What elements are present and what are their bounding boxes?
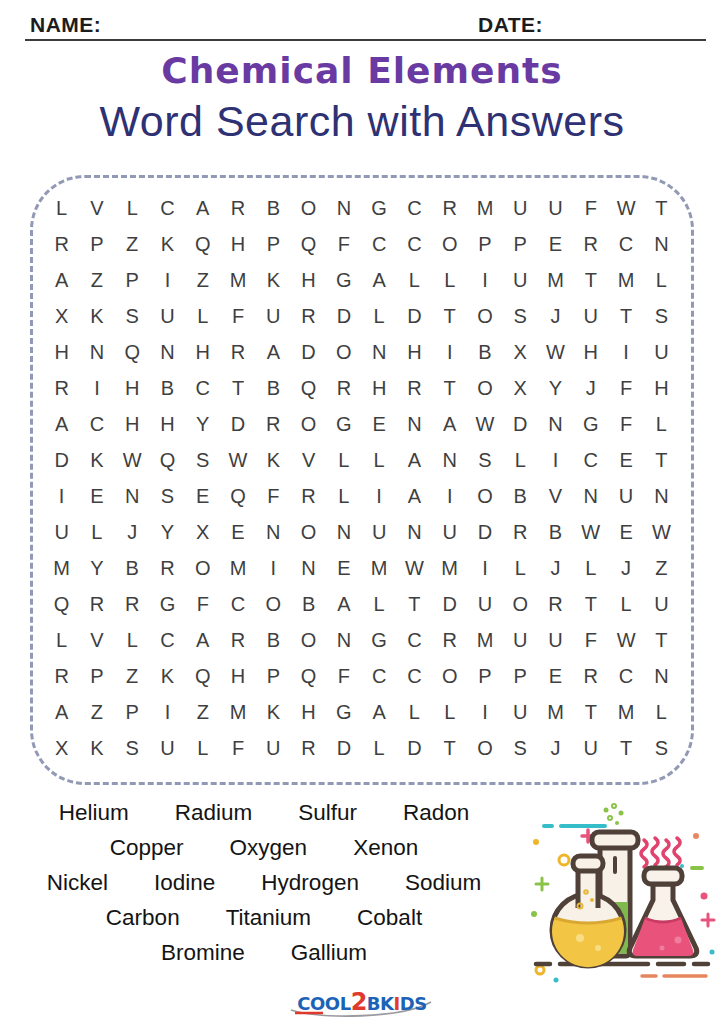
- grid-cell-r9c3[interactable]: N: [115, 478, 150, 514]
- grid-cell-r10c4[interactable]: Y: [150, 514, 185, 550]
- grid-cell-r7c16[interactable]: G: [573, 406, 608, 442]
- grid-cell-r14c2[interactable]: P: [79, 658, 114, 694]
- grid-cell-r5c4[interactable]: N: [150, 334, 185, 370]
- grid-cell-r6c11[interactable]: R: [397, 370, 432, 406]
- word-list-line: CarbonTitaniumCobalt: [8, 900, 520, 935]
- grid-cell-r10c13[interactable]: D: [467, 514, 502, 550]
- grid-cell-r15c18[interactable]: L: [644, 694, 679, 730]
- grid-cell-r6c1[interactable]: R: [44, 370, 79, 406]
- grid-cell-r3c13[interactable]: I: [467, 262, 502, 298]
- grid-cell-r2c17[interactable]: C: [608, 226, 643, 262]
- grid-cell-r13c7[interactable]: B: [256, 622, 291, 658]
- grid-cell-r6c16[interactable]: J: [573, 370, 608, 406]
- grid-cell-r1c12[interactable]: R: [432, 190, 467, 226]
- grid-cell-r9c9[interactable]: L: [326, 478, 361, 514]
- grid-cell-r16c8[interactable]: R: [291, 730, 326, 766]
- grid-cell-r5c17[interactable]: I: [608, 334, 643, 370]
- grid-cell-r5c5[interactable]: H: [185, 334, 220, 370]
- grid-cell-r8c16[interactable]: C: [573, 442, 608, 478]
- grid-cell-r11c5[interactable]: O: [185, 550, 220, 586]
- grid-cell-r16c9[interactable]: D: [326, 730, 361, 766]
- grid-cell-r14c11[interactable]: C: [397, 658, 432, 694]
- grid-cell-r4c6[interactable]: F: [220, 298, 255, 334]
- grid-cell-r12c1[interactable]: Q: [44, 586, 79, 622]
- grid-cell-r15c8[interactable]: H: [291, 694, 326, 730]
- grid-cell-r10c10[interactable]: U: [362, 514, 397, 550]
- grid-cell-r2c14[interactable]: P: [503, 226, 538, 262]
- grid-cell-r3c4[interactable]: I: [150, 262, 185, 298]
- grid-cell-r12c9[interactable]: A: [326, 586, 361, 622]
- grid-cell-r13c14[interactable]: U: [503, 622, 538, 658]
- grid-cell-r11c12[interactable]: M: [432, 550, 467, 586]
- grid-cell-r6c5[interactable]: C: [185, 370, 220, 406]
- grid-cell-r8c17[interactable]: E: [608, 442, 643, 478]
- grid-cell-r15c1[interactable]: A: [44, 694, 79, 730]
- grid-cell-r15c15[interactable]: M: [538, 694, 573, 730]
- grid-cell-r14c6[interactable]: H: [220, 658, 255, 694]
- grid-cell-r6c7[interactable]: B: [256, 370, 291, 406]
- grid-cell-r13c9[interactable]: N: [326, 622, 361, 658]
- grid-cell-r4c9[interactable]: D: [326, 298, 361, 334]
- grid-cell-r8c6[interactable]: W: [220, 442, 255, 478]
- grid-cell-r8c2[interactable]: K: [79, 442, 114, 478]
- grid-cell-r1c4[interactable]: C: [150, 190, 185, 226]
- grid-cell-r12c8[interactable]: B: [291, 586, 326, 622]
- grid-cell-r8c9[interactable]: L: [326, 442, 361, 478]
- grid-cell-r3c15[interactable]: M: [538, 262, 573, 298]
- grid-cell-r5c1[interactable]: H: [44, 334, 79, 370]
- grid-cell-r15c3[interactable]: P: [115, 694, 150, 730]
- grid-cell-r13c6[interactable]: R: [220, 622, 255, 658]
- grid-cell-r10c9[interactable]: N: [326, 514, 361, 550]
- grid-cell-r10c7[interactable]: N: [256, 514, 291, 550]
- grid-cell-r14c4[interactable]: K: [150, 658, 185, 694]
- grid-cell-r13c13[interactable]: M: [467, 622, 502, 658]
- grid-cell-r11c14[interactable]: L: [503, 550, 538, 586]
- grid-cell-r12c13[interactable]: U: [467, 586, 502, 622]
- grid-cell-r5c7[interactable]: A: [256, 334, 291, 370]
- grid-cell-r16c7[interactable]: U: [256, 730, 291, 766]
- grid-cell-r2c11[interactable]: C: [397, 226, 432, 262]
- grid-cell-r9c8[interactable]: R: [291, 478, 326, 514]
- word-grid[interactable]: LVLCARBONGCRMUUFWTRPZKQHPQFCCOPPERCNAZPI…: [44, 190, 679, 766]
- grid-cell-r8c15[interactable]: I: [538, 442, 573, 478]
- grid-cell-r2c2[interactable]: P: [79, 226, 114, 262]
- grid-cell-r8c5[interactable]: S: [185, 442, 220, 478]
- grid-cell-r10c12[interactable]: U: [432, 514, 467, 550]
- grid-cell-r14c18[interactable]: N: [644, 658, 679, 694]
- grid-cell-r1c14[interactable]: U: [503, 190, 538, 226]
- grid-cell-r2c15[interactable]: E: [538, 226, 573, 262]
- grid-cell-r2c5[interactable]: Q: [185, 226, 220, 262]
- grid-cell-r10c15[interactable]: B: [538, 514, 573, 550]
- grid-cell-r4c12[interactable]: T: [432, 298, 467, 334]
- chemistry-flasks-illustration: [526, 802, 718, 986]
- grid-cell-r2c9[interactable]: F: [326, 226, 361, 262]
- grid-cell-r4c7[interactable]: U: [256, 298, 291, 334]
- grid-cell-r9c18[interactable]: N: [644, 478, 679, 514]
- grid-cell-r6c6[interactable]: T: [220, 370, 255, 406]
- grid-cell-r9c11[interactable]: A: [397, 478, 432, 514]
- grid-cell-r10c11[interactable]: N: [397, 514, 432, 550]
- grid-cell-r3c5[interactable]: Z: [185, 262, 220, 298]
- grid-cell-r1c15[interactable]: U: [538, 190, 573, 226]
- grid-cell-r11c1[interactable]: M: [44, 550, 79, 586]
- grid-cell-r5c8[interactable]: D: [291, 334, 326, 370]
- grid-cell-r7c18[interactable]: L: [644, 406, 679, 442]
- grid-cell-r16c15[interactable]: J: [538, 730, 573, 766]
- grid-cell-r7c7[interactable]: R: [256, 406, 291, 442]
- grid-cell-r6c17[interactable]: F: [608, 370, 643, 406]
- grid-cell-r1c6[interactable]: R: [220, 190, 255, 226]
- grid-cell-r13c12[interactable]: R: [432, 622, 467, 658]
- grid-cell-r2c10[interactable]: C: [362, 226, 397, 262]
- grid-cell-r11c16[interactable]: L: [573, 550, 608, 586]
- grid-cell-r1c8[interactable]: O: [291, 190, 326, 226]
- grid-cell-r16c13[interactable]: O: [467, 730, 502, 766]
- grid-cell-r12c6[interactable]: C: [220, 586, 255, 622]
- grid-cell-r5c13[interactable]: B: [467, 334, 502, 370]
- logo[interactable]: COOL 2 BK I DS: [0, 986, 724, 1024]
- grid-cell-r8c4[interactable]: Q: [150, 442, 185, 478]
- grid-cell-r13c8[interactable]: O: [291, 622, 326, 658]
- grid-cell-r13c1[interactable]: L: [44, 622, 79, 658]
- grid-cell-r15c12[interactable]: L: [432, 694, 467, 730]
- grid-cell-r15c10[interactable]: A: [362, 694, 397, 730]
- grid-cell-r9c7[interactable]: F: [256, 478, 291, 514]
- grid-cell-r15c14[interactable]: U: [503, 694, 538, 730]
- grid-cell-r3c17[interactable]: M: [608, 262, 643, 298]
- grid-cell-r16c2[interactable]: K: [79, 730, 114, 766]
- grid-cell-r5c9[interactable]: O: [326, 334, 361, 370]
- grid-cell-r14c12[interactable]: O: [432, 658, 467, 694]
- grid-cell-r7c13[interactable]: W: [467, 406, 502, 442]
- word-item: Radon: [403, 800, 469, 826]
- grid-cell-r1c1[interactable]: L: [44, 190, 79, 226]
- grid-cell-r11c10[interactable]: M: [362, 550, 397, 586]
- grid-cell-r14c13[interactable]: P: [467, 658, 502, 694]
- grid-cell-r9c12[interactable]: I: [432, 478, 467, 514]
- grid-cell-r12c4[interactable]: G: [150, 586, 185, 622]
- grid-cell-r7c9[interactable]: G: [326, 406, 361, 442]
- grid-cell-r4c5[interactable]: L: [185, 298, 220, 334]
- grid-cell-r3c9[interactable]: G: [326, 262, 361, 298]
- grid-cell-r12c10[interactable]: L: [362, 586, 397, 622]
- grid-cell-r7c5[interactable]: Y: [185, 406, 220, 442]
- grid-cell-r15c16[interactable]: T: [573, 694, 608, 730]
- worksheet-page: NAME: DATE: Chemical Elements Word Searc…: [0, 0, 724, 1024]
- grid-cell-r8c13[interactable]: S: [467, 442, 502, 478]
- grid-cell-r12c11[interactable]: T: [397, 586, 432, 622]
- grid-cell-r4c10[interactable]: L: [362, 298, 397, 334]
- grid-cell-r10c2[interactable]: L: [79, 514, 114, 550]
- grid-cell-r4c3[interactable]: S: [115, 298, 150, 334]
- grid-cell-r1c7[interactable]: B: [256, 190, 291, 226]
- grid-cell-r6c12[interactable]: T: [432, 370, 467, 406]
- grid-cell-r15c2[interactable]: Z: [79, 694, 114, 730]
- grid-cell-r1c11[interactable]: C: [397, 190, 432, 226]
- word-list-line: HeliumRadiumSulfurRadon: [8, 795, 520, 830]
- grid-cell-r12c14[interactable]: O: [503, 586, 538, 622]
- grid-cell-r16c6[interactable]: F: [220, 730, 255, 766]
- grid-cell-r11c11[interactable]: W: [397, 550, 432, 586]
- grid-cell-r15c11[interactable]: L: [397, 694, 432, 730]
- grid-cell-r13c16[interactable]: F: [573, 622, 608, 658]
- grid-cell-r10c17[interactable]: E: [608, 514, 643, 550]
- grid-cell-r10c3[interactable]: J: [115, 514, 150, 550]
- grid-cell-r14c1[interactable]: R: [44, 658, 79, 694]
- grid-cell-r14c17[interactable]: C: [608, 658, 643, 694]
- grid-cell-r16c16[interactable]: U: [573, 730, 608, 766]
- grid-cell-r3c14[interactable]: U: [503, 262, 538, 298]
- grid-cell-r5c16[interactable]: H: [573, 334, 608, 370]
- grid-cell-r5c3[interactable]: Q: [115, 334, 150, 370]
- grid-cell-r8c11[interactable]: A: [397, 442, 432, 478]
- grid-cell-r15c4[interactable]: I: [150, 694, 185, 730]
- grid-cell-r10c14[interactable]: R: [503, 514, 538, 550]
- grid-cell-r4c18[interactable]: S: [644, 298, 679, 334]
- grid-cell-r16c11[interactable]: D: [397, 730, 432, 766]
- grid-cell-r14c14[interactable]: P: [503, 658, 538, 694]
- grid-cell-r6c3[interactable]: H: [115, 370, 150, 406]
- grid-cell-r5c10[interactable]: N: [362, 334, 397, 370]
- grid-cell-r12c18[interactable]: U: [644, 586, 679, 622]
- grid-cell-r11c7[interactable]: I: [256, 550, 291, 586]
- grid-cell-r8c12[interactable]: N: [432, 442, 467, 478]
- grid-cell-r4c4[interactable]: U: [150, 298, 185, 334]
- grid-cell-r12c3[interactable]: R: [115, 586, 150, 622]
- grid-cell-r10c1[interactable]: U: [44, 514, 79, 550]
- grid-cell-r1c13[interactable]: M: [467, 190, 502, 226]
- grid-cell-r11c18[interactable]: Z: [644, 550, 679, 586]
- grid-cell-r3c2[interactable]: Z: [79, 262, 114, 298]
- grid-cell-r3c11[interactable]: L: [397, 262, 432, 298]
- grid-cell-r12c17[interactable]: L: [608, 586, 643, 622]
- grid-cell-r7c3[interactable]: H: [115, 406, 150, 442]
- grid-cell-r3c6[interactable]: M: [220, 262, 255, 298]
- grid-cell-r13c3[interactable]: L: [115, 622, 150, 658]
- grid-cell-r10c16[interactable]: W: [573, 514, 608, 550]
- grid-cell-r13c4[interactable]: C: [150, 622, 185, 658]
- grid-cell-r3c7[interactable]: K: [256, 262, 291, 298]
- grid-cell-r14c8[interactable]: Q: [291, 658, 326, 694]
- grid-cell-r13c10[interactable]: G: [362, 622, 397, 658]
- grid-cell-r7c2[interactable]: C: [79, 406, 114, 442]
- grid-cell-r16c4[interactable]: U: [150, 730, 185, 766]
- grid-cell-r2c6[interactable]: H: [220, 226, 255, 262]
- grid-cell-r9c15[interactable]: V: [538, 478, 573, 514]
- grid-cell-r15c7[interactable]: K: [256, 694, 291, 730]
- grid-cell-r9c17[interactable]: U: [608, 478, 643, 514]
- grid-cell-r14c15[interactable]: E: [538, 658, 573, 694]
- grid-cell-r7c12[interactable]: A: [432, 406, 467, 442]
- grid-cell-r16c3[interactable]: S: [115, 730, 150, 766]
- grid-cell-r7c8[interactable]: O: [291, 406, 326, 442]
- grid-cell-r1c2[interactable]: V: [79, 190, 114, 226]
- grid-cell-r11c13[interactable]: I: [467, 550, 502, 586]
- grid-cell-r15c9[interactable]: G: [326, 694, 361, 730]
- grid-cell-r2c12[interactable]: O: [432, 226, 467, 262]
- grid-cell-r11c2[interactable]: Y: [79, 550, 114, 586]
- grid-cell-r9c13[interactable]: O: [467, 478, 502, 514]
- grid-cell-r8c7[interactable]: K: [256, 442, 291, 478]
- word-item: Bromine: [161, 940, 245, 966]
- grid-cell-r9c4[interactable]: S: [150, 478, 185, 514]
- grid-cell-r14c9[interactable]: F: [326, 658, 361, 694]
- grid-cell-r13c17[interactable]: W: [608, 622, 643, 658]
- grid-cell-r6c14[interactable]: X: [503, 370, 538, 406]
- grid-cell-r16c12[interactable]: T: [432, 730, 467, 766]
- grid-cell-r11c3[interactable]: B: [115, 550, 150, 586]
- grid-cell-r5c15[interactable]: W: [538, 334, 573, 370]
- grid-cell-r7c4[interactable]: H: [150, 406, 185, 442]
- grid-cell-r12c5[interactable]: F: [185, 586, 220, 622]
- grid-cell-r4c2[interactable]: K: [79, 298, 114, 334]
- grid-cell-r14c16[interactable]: R: [573, 658, 608, 694]
- grid-cell-r16c14[interactable]: S: [503, 730, 538, 766]
- grid-cell-r7c11[interactable]: N: [397, 406, 432, 442]
- grid-cell-r2c3[interactable]: Z: [115, 226, 150, 262]
- grid-cell-r14c3[interactable]: Z: [115, 658, 150, 694]
- grid-cell-r13c2[interactable]: V: [79, 622, 114, 658]
- grid-cell-r4c16[interactable]: U: [573, 298, 608, 334]
- grid-cell-r8c1[interactable]: D: [44, 442, 79, 478]
- grid-cell-r2c16[interactable]: R: [573, 226, 608, 262]
- grid-cell-r13c15[interactable]: U: [538, 622, 573, 658]
- grid-cell-r6c2[interactable]: I: [79, 370, 114, 406]
- grid-cell-r3c1[interactable]: A: [44, 262, 79, 298]
- grid-cell-r14c5[interactable]: Q: [185, 658, 220, 694]
- name-label: NAME:: [30, 13, 101, 37]
- grid-cell-r3c16[interactable]: T: [573, 262, 608, 298]
- grid-cell-r1c9[interactable]: N: [326, 190, 361, 226]
- grid-cell-r11c15[interactable]: J: [538, 550, 573, 586]
- grid-cell-r13c18[interactable]: T: [644, 622, 679, 658]
- grid-cell-r1c3[interactable]: L: [115, 190, 150, 226]
- grid-cell-r4c1[interactable]: X: [44, 298, 79, 334]
- grid-cell-r14c10[interactable]: C: [362, 658, 397, 694]
- grid-cell-r13c5[interactable]: A: [185, 622, 220, 658]
- grid-cell-r6c18[interactable]: H: [644, 370, 679, 406]
- grid-cell-r9c16[interactable]: N: [573, 478, 608, 514]
- grid-cell-r2c13[interactable]: P: [467, 226, 502, 262]
- grid-cell-r9c5[interactable]: E: [185, 478, 220, 514]
- grid-cell-r8c14[interactable]: L: [503, 442, 538, 478]
- grid-cell-r16c17[interactable]: T: [608, 730, 643, 766]
- grid-cell-r5c18[interactable]: U: [644, 334, 679, 370]
- grid-cell-r4c15[interactable]: J: [538, 298, 573, 334]
- grid-cell-r12c7[interactable]: O: [256, 586, 291, 622]
- grid-cell-r11c6[interactable]: M: [220, 550, 255, 586]
- grid-cell-r7c17[interactable]: F: [608, 406, 643, 442]
- grid-cell-r1c10[interactable]: G: [362, 190, 397, 226]
- grid-cell-r10c6[interactable]: E: [220, 514, 255, 550]
- grid-cell-r1c16[interactable]: F: [573, 190, 608, 226]
- grid-cell-r10c8[interactable]: O: [291, 514, 326, 550]
- grid-cell-r9c2[interactable]: E: [79, 478, 114, 514]
- grid-cell-r12c12[interactable]: D: [432, 586, 467, 622]
- grid-cell-r9c10[interactable]: I: [362, 478, 397, 514]
- grid-cell-r6c9[interactable]: R: [326, 370, 361, 406]
- grid-cell-r15c6[interactable]: M: [220, 694, 255, 730]
- grid-cell-r11c9[interactable]: E: [326, 550, 361, 586]
- grid-cell-r3c10[interactable]: A: [362, 262, 397, 298]
- grid-cell-r5c2[interactable]: N: [79, 334, 114, 370]
- grid-cell-r8c18[interactable]: T: [644, 442, 679, 478]
- grid-cell-r3c8[interactable]: H: [291, 262, 326, 298]
- grid-cell-r7c10[interactable]: E: [362, 406, 397, 442]
- grid-cell-r11c17[interactable]: J: [608, 550, 643, 586]
- grid-cell-r4c14[interactable]: S: [503, 298, 538, 334]
- grid-cell-r5c14[interactable]: X: [503, 334, 538, 370]
- grid-cell-r1c17[interactable]: W: [608, 190, 643, 226]
- grid-cell-r2c4[interactable]: K: [150, 226, 185, 262]
- grid-cell-r7c1[interactable]: A: [44, 406, 79, 442]
- grid-cell-r6c10[interactable]: H: [362, 370, 397, 406]
- grid-cell-r13c11[interactable]: C: [397, 622, 432, 658]
- grid-cell-r9c14[interactable]: B: [503, 478, 538, 514]
- grid-cell-r15c17[interactable]: M: [608, 694, 643, 730]
- grid-cell-r11c4[interactable]: R: [150, 550, 185, 586]
- grid-cell-r4c17[interactable]: T: [608, 298, 643, 334]
- grid-cell-r2c8[interactable]: Q: [291, 226, 326, 262]
- grid-cell-r8c8[interactable]: V: [291, 442, 326, 478]
- grid-cell-r1c18[interactable]: T: [644, 190, 679, 226]
- grid-cell-r11c8[interactable]: N: [291, 550, 326, 586]
- grid-cell-r4c11[interactable]: D: [397, 298, 432, 334]
- grid-cell-r9c1[interactable]: I: [44, 478, 79, 514]
- grid-cell-r10c5[interactable]: X: [185, 514, 220, 550]
- grid-cell-r5c11[interactable]: H: [397, 334, 432, 370]
- grid-cell-r3c3[interactable]: P: [115, 262, 150, 298]
- grid-cell-r4c13[interactable]: O: [467, 298, 502, 334]
- grid-cell-r16c5[interactable]: L: [185, 730, 220, 766]
- logo-text-ds: DS: [400, 993, 427, 1014]
- grid-cell-r3c18[interactable]: L: [644, 262, 679, 298]
- grid-cell-r2c18[interactable]: N: [644, 226, 679, 262]
- grid-cell-r8c3[interactable]: W: [115, 442, 150, 478]
- grid-cell-r7c14[interactable]: D: [503, 406, 538, 442]
- grid-cell-r2c1[interactable]: R: [44, 226, 79, 262]
- grid-cell-r5c12[interactable]: I: [432, 334, 467, 370]
- grid-cell-r4c8[interactable]: R: [291, 298, 326, 334]
- name-date-underline: [25, 39, 706, 41]
- grid-cell-r9c6[interactable]: Q: [220, 478, 255, 514]
- grid-cell-r2c7[interactable]: P: [256, 226, 291, 262]
- grid-cell-r16c10[interactable]: L: [362, 730, 397, 766]
- grid-cell-r6c13[interactable]: O: [467, 370, 502, 406]
- grid-cell-r16c18[interactable]: S: [644, 730, 679, 766]
- word-item: Carbon: [106, 905, 180, 931]
- grid-cell-r16c1[interactable]: X: [44, 730, 79, 766]
- grid-cell-r6c4[interactable]: B: [150, 370, 185, 406]
- grid-cell-r5c6[interactable]: R: [220, 334, 255, 370]
- grid-cell-r15c13[interactable]: I: [467, 694, 502, 730]
- grid-cell-r14c7[interactable]: P: [256, 658, 291, 694]
- grid-cell-r15c5[interactable]: Z: [185, 694, 220, 730]
- grid-cell-r12c2[interactable]: R: [79, 586, 114, 622]
- grid-cell-r1c5[interactable]: A: [185, 190, 220, 226]
- grid-cell-r12c16[interactable]: T: [573, 586, 608, 622]
- grid-cell-r6c8[interactable]: Q: [291, 370, 326, 406]
- grid-cell-r12c15[interactable]: R: [538, 586, 573, 622]
- grid-cell-r8c10[interactable]: L: [362, 442, 397, 478]
- grid-cell-r10c18[interactable]: W: [644, 514, 679, 550]
- grid-cell-r3c12[interactable]: L: [432, 262, 467, 298]
- grid-cell-r6c15[interactable]: Y: [538, 370, 573, 406]
- grid-cell-r7c15[interactable]: N: [538, 406, 573, 442]
- grid-cell-r7c6[interactable]: D: [220, 406, 255, 442]
